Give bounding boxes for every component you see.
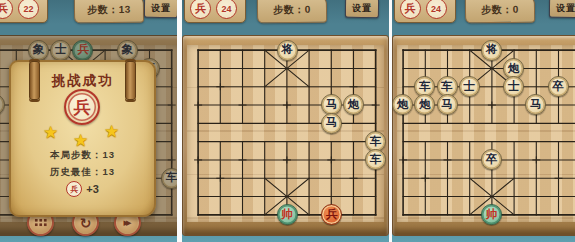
- piece-卒[interactable]: 卒: [481, 149, 502, 170]
- star-icon: ★: [73, 130, 88, 151]
- xiangqi-board: 将炮车车士士卒炮炮马马卒帅: [392, 41, 575, 225]
- fast-forward-icon: ▸▸: [123, 217, 131, 228]
- piece-兵[interactable]: 兵: [321, 204, 342, 225]
- screenshot-panel-right: 将炮车车士士卒炮炮马马卒帅 兵 24 步数：0 设置: [392, 0, 575, 242]
- screenshot-panel-middle: 将马炮马车车帅兵 兵 24 步数：0 设置: [182, 0, 389, 242]
- piece-炮[interactable]: 炮: [414, 94, 435, 115]
- piece-帅[interactable]: 帅: [277, 204, 298, 225]
- soldier-piece-icon: 兵: [190, 0, 211, 19]
- star-icon: ★: [43, 122, 58, 143]
- piece-炮[interactable]: 炮: [392, 94, 413, 115]
- soldier-count: 24: [216, 0, 237, 19]
- piece-帅[interactable]: 帅: [481, 204, 502, 225]
- stat-best-moves: 历史最佳：13: [9, 166, 156, 179]
- settings-button[interactable]: 设置: [144, 0, 177, 18]
- piece-将[interactable]: 将: [277, 40, 298, 61]
- grid-menu-icon: [34, 218, 47, 227]
- soldier-count: 24: [426, 0, 447, 19]
- piece-士[interactable]: 士: [503, 76, 524, 97]
- victory-title: 挑战成功: [9, 72, 156, 90]
- restart-icon: ↻: [80, 216, 92, 230]
- piece-layer: 将炮车车士士卒炮炮马马卒帅: [392, 41, 575, 225]
- soldier-count: 22: [18, 0, 39, 19]
- soldier-count-badge: 兵 24: [394, 0, 456, 23]
- settings-button[interactable]: 设置: [548, 0, 575, 18]
- victory-popup: 挑战成功 兵 ★ ★ ★ 本局步数：13 历史最佳：13 兵 +3: [9, 60, 156, 217]
- piece-卒[interactable]: 卒: [548, 76, 569, 97]
- step-counter: 步数：0: [464, 0, 534, 23]
- soldier-count-badge: 兵 24: [184, 0, 246, 23]
- piece-车[interactable]: 车: [365, 149, 386, 170]
- reward-piece-large: 兵: [64, 89, 100, 125]
- stat-current-moves: 本局步数：13: [9, 149, 156, 162]
- xiangqi-board: 将马炮马车车帅兵: [187, 41, 387, 225]
- soldier-count-badge: 兵 22: [0, 0, 48, 23]
- piece-炮[interactable]: 炮: [343, 94, 364, 115]
- screenshot-panel-left: 象士兵象卒车 兵 22 步数：13 设置 ↻ ▸▸ 挑战成功 兵 ★ ★ ★ 本…: [0, 0, 177, 242]
- piece-士[interactable]: 士: [459, 76, 480, 97]
- soldier-piece-icon: 兵: [66, 181, 82, 197]
- soldier-piece-icon: 兵: [400, 0, 421, 19]
- piece-将[interactable]: 将: [481, 40, 502, 61]
- piece-马[interactable]: 马: [525, 94, 546, 115]
- reward-value: +3: [86, 183, 99, 195]
- step-counter: 步数：0: [257, 0, 327, 23]
- piece-layer: 将马炮马车车帅兵: [187, 41, 387, 225]
- star-icon: ★: [104, 121, 119, 142]
- step-counter: 步数：13: [74, 0, 144, 23]
- soldier-piece-icon: 兵: [0, 0, 13, 19]
- reward-row: 兵 +3: [9, 181, 156, 197]
- piece-马[interactable]: 马: [437, 94, 458, 115]
- settings-button[interactable]: 设置: [345, 0, 379, 18]
- piece-马[interactable]: 马: [321, 113, 342, 134]
